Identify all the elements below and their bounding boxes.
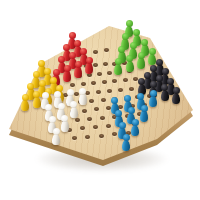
hole[interactable] xyxy=(101,98,106,102)
board-photo xyxy=(0,0,200,200)
peg-white[interactable] xyxy=(52,128,60,145)
peg-head xyxy=(67,89,74,96)
peg-head xyxy=(38,60,45,67)
peg-blue[interactable] xyxy=(131,119,139,136)
peg-body xyxy=(149,96,157,108)
peg-head xyxy=(53,69,60,76)
peg-head xyxy=(130,42,137,49)
peg-head xyxy=(33,91,40,98)
hole[interactable] xyxy=(70,83,75,87)
peg-body xyxy=(79,93,87,105)
peg-yellow[interactable] xyxy=(21,94,29,111)
hole[interactable] xyxy=(72,136,77,140)
peg-yellow[interactable] xyxy=(33,91,41,108)
peg-red[interactable] xyxy=(63,65,71,82)
hole[interactable] xyxy=(99,134,104,138)
hole[interactable] xyxy=(100,116,105,120)
hole[interactable] xyxy=(118,88,123,92)
peg-head xyxy=(128,107,135,114)
peg-blue[interactable] xyxy=(149,90,157,107)
hole[interactable] xyxy=(87,117,92,121)
hole[interactable] xyxy=(123,78,128,82)
peg-head xyxy=(138,52,145,59)
peg-body xyxy=(161,90,169,102)
peg-body xyxy=(131,125,139,137)
peg-body xyxy=(172,93,180,105)
hole[interactable] xyxy=(85,135,90,139)
peg-head xyxy=(138,78,145,85)
hole[interactable] xyxy=(82,109,87,113)
peg-white[interactable] xyxy=(61,115,69,132)
peg-body xyxy=(70,107,78,119)
peg-green[interactable] xyxy=(114,58,122,75)
peg-head xyxy=(115,58,122,65)
peg-head xyxy=(150,90,157,97)
peg-body xyxy=(74,66,82,78)
peg-head xyxy=(132,119,139,126)
peg-black[interactable] xyxy=(161,84,169,101)
peg-body xyxy=(21,100,29,112)
hole[interactable] xyxy=(89,99,94,103)
peg-head xyxy=(149,48,156,55)
peg-white[interactable] xyxy=(70,101,78,118)
hole[interactable] xyxy=(81,82,86,86)
peg-head xyxy=(86,57,93,64)
peg-head xyxy=(39,80,46,87)
hole[interactable] xyxy=(107,89,112,93)
peg-body xyxy=(140,110,148,122)
peg-head xyxy=(115,110,122,117)
hole[interactable] xyxy=(129,87,134,91)
peg-head xyxy=(173,87,180,94)
peg-head xyxy=(126,20,133,27)
peg-head xyxy=(75,61,82,68)
hole[interactable] xyxy=(93,50,98,54)
peg-head xyxy=(58,103,65,110)
peg-head xyxy=(22,94,29,101)
peg-body xyxy=(63,70,71,82)
peg-head xyxy=(54,91,61,98)
peg-body xyxy=(85,62,93,74)
peg-head xyxy=(141,105,148,112)
hole[interactable] xyxy=(93,125,98,129)
peg-head xyxy=(42,92,49,99)
peg-head xyxy=(123,134,130,141)
peg-head xyxy=(69,32,76,39)
hole[interactable] xyxy=(97,72,102,76)
peg-head xyxy=(70,101,77,108)
peg-head xyxy=(122,33,129,40)
peg-black[interactable] xyxy=(172,87,180,104)
peg-body xyxy=(61,120,69,132)
peg-red[interactable] xyxy=(85,57,93,74)
peg-head xyxy=(53,128,60,135)
peg-white[interactable] xyxy=(79,88,87,105)
peg-blue[interactable] xyxy=(122,134,130,151)
hole[interactable] xyxy=(75,118,80,122)
peg-head xyxy=(118,46,125,53)
hole[interactable] xyxy=(104,48,109,52)
peg-red[interactable] xyxy=(74,61,82,78)
peg-head xyxy=(150,81,157,88)
hole[interactable] xyxy=(107,71,112,75)
hole[interactable] xyxy=(102,80,107,84)
peg-head xyxy=(61,115,68,122)
peg-body xyxy=(33,97,41,109)
peg-body xyxy=(114,64,122,76)
peg-head xyxy=(45,104,52,111)
peg-head xyxy=(161,84,168,91)
hole[interactable] xyxy=(106,124,111,128)
peg-green[interactable] xyxy=(126,55,134,72)
peg-head xyxy=(27,83,34,90)
peg-head xyxy=(64,65,71,72)
peg-head xyxy=(79,88,86,95)
peg-body xyxy=(52,134,60,146)
peg-body xyxy=(122,140,130,152)
peg-body xyxy=(126,61,134,73)
peg-head xyxy=(33,71,40,78)
peg-head xyxy=(49,116,56,123)
peg-head xyxy=(50,77,57,84)
peg-green[interactable] xyxy=(137,52,145,69)
peg-head xyxy=(141,39,148,46)
peg-blue[interactable] xyxy=(140,105,148,122)
peg-head xyxy=(119,122,126,129)
peg-body xyxy=(137,57,145,69)
hole[interactable] xyxy=(96,90,101,94)
peg-head xyxy=(137,93,144,100)
